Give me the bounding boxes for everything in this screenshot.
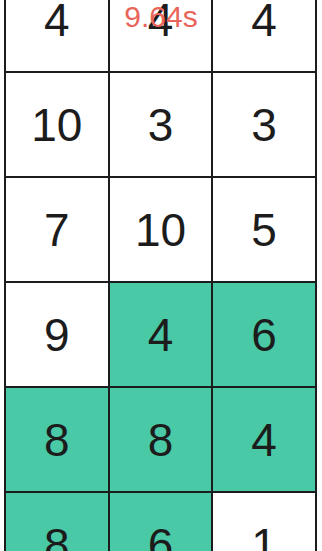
grid-cell-r2c0[interactable]: 7 bbox=[6, 178, 108, 281]
grid-cell-r1c2[interactable]: 3 bbox=[213, 73, 315, 176]
grid-cell-r3c0[interactable]: 9 bbox=[6, 283, 108, 386]
grid-cell-r4c2[interactable]: 4 bbox=[213, 388, 315, 491]
grid-cell-r1c0[interactable]: 10 bbox=[6, 73, 108, 176]
grid-cell-r2c2[interactable]: 5 bbox=[213, 178, 315, 281]
grid-cell-r0c0[interactable]: 4 bbox=[6, 0, 108, 71]
grid-cell-r5c0[interactable]: 8 bbox=[6, 493, 108, 551]
grid-cell-r5c2[interactable]: 1 bbox=[213, 493, 315, 551]
board: 44410337105946884861 bbox=[4, 0, 317, 551]
grid-cell-r4c1[interactable]: 8 bbox=[110, 388, 212, 491]
grid-cell-r4c0[interactable]: 8 bbox=[6, 388, 108, 491]
grid-cell-r1c1[interactable]: 3 bbox=[110, 73, 212, 176]
grid-cell-r5c1[interactable]: 6 bbox=[110, 493, 212, 551]
grid-cell-r0c2[interactable]: 4 bbox=[213, 0, 315, 71]
grid-cell-r3c2[interactable]: 6 bbox=[213, 283, 315, 386]
grid-cell-r0c1[interactable]: 4 bbox=[110, 0, 212, 71]
grid-cell-r3c1[interactable]: 4 bbox=[110, 283, 212, 386]
grid-cell-r2c1[interactable]: 10 bbox=[110, 178, 212, 281]
game-screen: 44410337105946884861 9.64s bbox=[0, 0, 322, 551]
